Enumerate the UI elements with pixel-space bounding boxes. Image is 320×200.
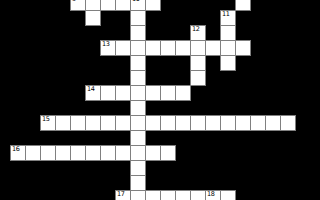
cell[interactable] [145, 145, 161, 161]
cell[interactable] [145, 0, 161, 11]
cell[interactable] [160, 145, 176, 161]
cell[interactable] [25, 145, 41, 161]
cell[interactable]: 12 [190, 25, 206, 41]
cell[interactable] [130, 100, 146, 116]
cell[interactable] [40, 145, 56, 161]
cell[interactable] [190, 55, 206, 71]
clue-number: 18 [207, 191, 215, 198]
clue-number: 16 [12, 146, 20, 153]
cell[interactable] [115, 115, 131, 131]
cell[interactable] [130, 145, 146, 161]
cell[interactable] [55, 115, 71, 131]
clue-number: 14 [87, 86, 95, 93]
cell[interactable] [100, 145, 116, 161]
cell[interactable] [115, 85, 131, 101]
cell[interactable] [85, 115, 101, 131]
cell[interactable] [205, 115, 221, 131]
cell[interactable] [130, 175, 146, 191]
clue-number: 11 [222, 11, 230, 18]
cell[interactable] [115, 0, 131, 11]
cell[interactable] [130, 55, 146, 71]
cell[interactable] [160, 190, 176, 200]
cell[interactable] [250, 115, 266, 131]
cell[interactable] [115, 40, 131, 56]
cell[interactable]: 11 [220, 10, 236, 26]
cell[interactable] [100, 85, 116, 101]
cell[interactable] [145, 190, 161, 200]
cell[interactable] [175, 85, 191, 101]
cell[interactable]: 14 [85, 85, 101, 101]
cell[interactable] [175, 115, 191, 131]
cell[interactable] [220, 115, 236, 131]
clue-number: 9 [72, 0, 76, 3]
cell[interactable] [160, 40, 176, 56]
cell[interactable] [130, 70, 146, 86]
cell[interactable] [130, 160, 146, 176]
clue-number: 15 [42, 116, 50, 123]
cell[interactable] [175, 190, 191, 200]
cell[interactable] [85, 10, 101, 26]
cell[interactable] [70, 145, 86, 161]
cell[interactable] [145, 40, 161, 56]
cell[interactable] [205, 40, 221, 56]
cell[interactable] [280, 115, 296, 131]
cell[interactable] [55, 145, 71, 161]
cell[interactable] [220, 40, 236, 56]
cell[interactable]: 15 [40, 115, 56, 131]
cell[interactable] [145, 85, 161, 101]
cell[interactable] [130, 40, 146, 56]
cell[interactable] [115, 145, 131, 161]
cell[interactable] [220, 55, 236, 71]
cell[interactable] [235, 115, 251, 131]
cell[interactable] [130, 190, 146, 200]
cell[interactable] [130, 130, 146, 146]
cell[interactable] [100, 0, 116, 11]
crossword-board: 9101112131415161718 [0, 0, 320, 200]
cell[interactable] [190, 115, 206, 131]
cell[interactable] [190, 40, 206, 56]
clue-number: 12 [192, 26, 200, 33]
cell[interactable] [190, 70, 206, 86]
cell[interactable]: 16 [10, 145, 26, 161]
cell[interactable] [145, 115, 161, 131]
cell[interactable]: 18 [205, 190, 221, 200]
cell[interactable] [190, 190, 206, 200]
cell[interactable] [175, 40, 191, 56]
cell[interactable] [235, 40, 251, 56]
cell[interactable] [265, 115, 281, 131]
cell[interactable] [130, 10, 146, 26]
cell[interactable] [85, 145, 101, 161]
cell[interactable] [130, 25, 146, 41]
cell[interactable] [220, 25, 236, 41]
cell[interactable] [235, 0, 251, 11]
cell[interactable] [130, 115, 146, 131]
cell[interactable] [220, 190, 236, 200]
cell[interactable] [160, 85, 176, 101]
cell[interactable] [130, 85, 146, 101]
clue-number: 10 [132, 0, 140, 3]
cell[interactable] [100, 115, 116, 131]
cell[interactable] [70, 115, 86, 131]
clue-number: 13 [102, 41, 110, 48]
cell[interactable]: 13 [100, 40, 116, 56]
cell[interactable] [160, 115, 176, 131]
clue-number: 17 [117, 191, 125, 198]
cell[interactable]: 9 [70, 0, 86, 11]
cell[interactable]: 17 [115, 190, 131, 200]
